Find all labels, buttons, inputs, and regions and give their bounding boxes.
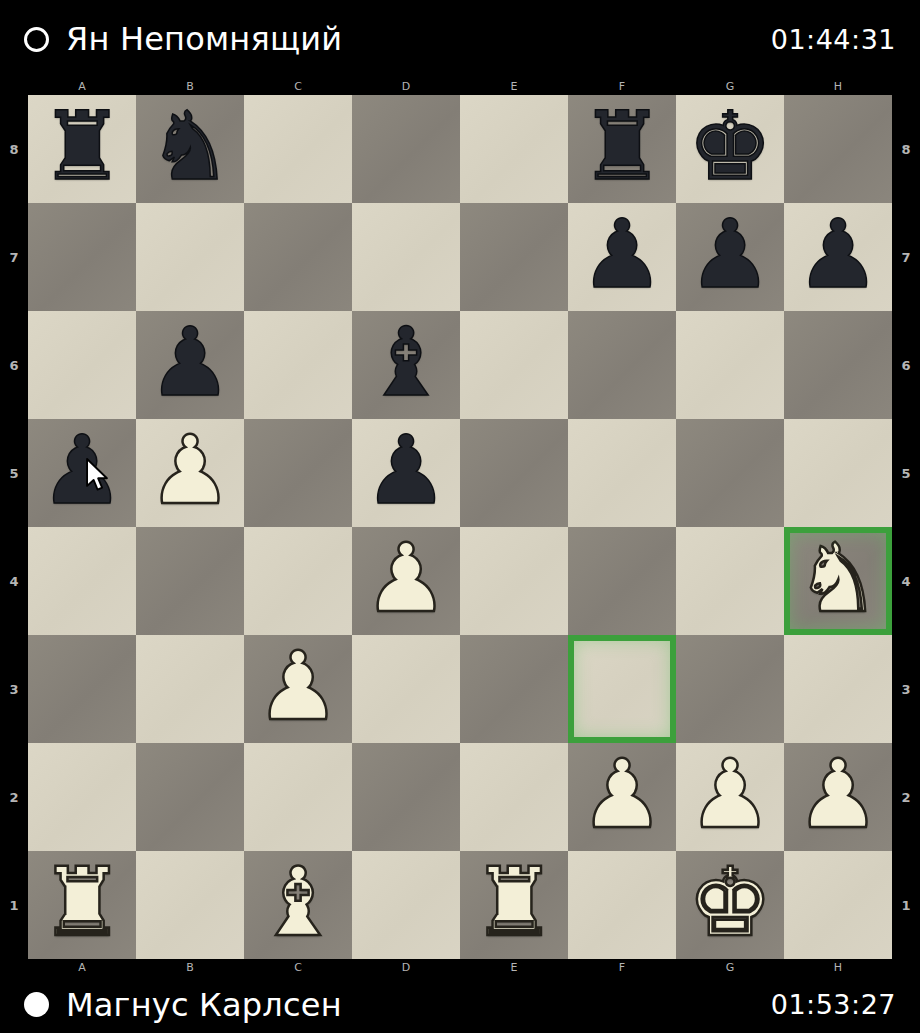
file-labels-bottom: ABCDEFGH: [0, 959, 920, 976]
piece-white-king[interactable]: ♚: [687, 855, 772, 950]
square-b2[interactable]: [136, 743, 244, 851]
rank-label-4: 4: [0, 527, 28, 635]
piece-white-pawn[interactable]: ♟: [255, 639, 340, 734]
piece-black-rook[interactable]: ♜: [39, 99, 124, 194]
square-d5[interactable]: ♟: [352, 419, 460, 527]
piece-black-pawn[interactable]: ♟: [687, 207, 772, 302]
piece-white-rook[interactable]: ♜: [39, 855, 124, 950]
square-f7[interactable]: ♟: [568, 203, 676, 311]
file-label-h: H: [784, 78, 892, 95]
square-c8[interactable]: [244, 95, 352, 203]
piece-white-pawn[interactable]: ♟: [795, 747, 880, 842]
square-a6[interactable]: [28, 311, 136, 419]
rank-label-8: 8: [892, 95, 920, 203]
chess-board: ♜♞♜♚♟♟♟♟♝♟♟♟♟♞♟♟♟♟♜♝♜♚: [28, 95, 892, 959]
piece-white-pawn[interactable]: ♟: [687, 747, 772, 842]
rank-label-8: 8: [0, 95, 28, 203]
file-labels-top: ABCDEFGH: [0, 78, 920, 95]
square-e7[interactable]: [460, 203, 568, 311]
piece-black-knight[interactable]: ♞: [147, 99, 232, 194]
board-strip: 87654321 ♜♞♜♚♟♟♟♟♝♟♟♟♟♞♟♟♟♟♜♝♜♚ 87654321: [0, 95, 920, 959]
file-label-g: G: [676, 959, 784, 976]
square-d3[interactable]: [352, 635, 460, 743]
top-player-name: Ян Непомнящий: [66, 20, 342, 58]
bottom-player-name: Магнус Карлсен: [66, 986, 342, 1024]
square-g5[interactable]: [676, 419, 784, 527]
piece-white-bishop[interactable]: ♝: [255, 855, 340, 950]
square-b5[interactable]: ♟: [136, 419, 244, 527]
square-g4[interactable]: [676, 527, 784, 635]
square-c5[interactable]: [244, 419, 352, 527]
file-label-d: D: [352, 78, 460, 95]
square-e3[interactable]: [460, 635, 568, 743]
top-player-bar: Ян Непомнящий 01:44:31: [0, 0, 920, 78]
rank-label-2: 2: [0, 743, 28, 851]
piece-black-pawn[interactable]: ♟: [39, 423, 124, 518]
file-label-b: B: [136, 959, 244, 976]
piece-black-pawn[interactable]: ♟: [579, 207, 664, 302]
bottom-player-bar: Магнус Карлсен 01:53:27: [0, 976, 920, 1033]
square-h7[interactable]: ♟: [784, 203, 892, 311]
file-label-h: H: [784, 959, 892, 976]
rank-label-4: 4: [892, 527, 920, 635]
square-b8[interactable]: ♞: [136, 95, 244, 203]
rank-labels-left: 87654321: [0, 95, 28, 959]
square-c6[interactable]: [244, 311, 352, 419]
rank-label-5: 5: [892, 419, 920, 527]
piece-white-pawn[interactable]: ♟: [579, 747, 664, 842]
square-g8[interactable]: ♚: [676, 95, 784, 203]
square-a8[interactable]: ♜: [28, 95, 136, 203]
rank-label-3: 3: [0, 635, 28, 743]
piece-white-pawn[interactable]: ♟: [147, 423, 232, 518]
square-b3[interactable]: [136, 635, 244, 743]
square-d6[interactable]: ♝: [352, 311, 460, 419]
rank-label-3: 3: [892, 635, 920, 743]
square-c2[interactable]: [244, 743, 352, 851]
file-label-d: D: [352, 959, 460, 976]
square-h4[interactable]: ♞: [784, 527, 892, 635]
black-player-color-icon: [24, 27, 49, 52]
square-f2[interactable]: ♟: [568, 743, 676, 851]
piece-black-pawn[interactable]: ♟: [147, 315, 232, 410]
square-g6[interactable]: [676, 311, 784, 419]
file-label-e: E: [460, 78, 568, 95]
square-a5[interactable]: ♟: [28, 419, 136, 527]
square-e6[interactable]: [460, 311, 568, 419]
square-h1[interactable]: [784, 851, 892, 959]
square-d2[interactable]: [352, 743, 460, 851]
square-f5[interactable]: [568, 419, 676, 527]
piece-black-bishop[interactable]: ♝: [363, 315, 448, 410]
piece-black-rook[interactable]: ♜: [579, 99, 664, 194]
file-label-c: C: [244, 78, 352, 95]
piece-black-pawn[interactable]: ♟: [795, 207, 880, 302]
square-h8[interactable]: [784, 95, 892, 203]
white-player-color-icon: [24, 992, 49, 1017]
piece-white-knight[interactable]: ♞: [795, 531, 880, 626]
square-c7[interactable]: [244, 203, 352, 311]
square-b6[interactable]: ♟: [136, 311, 244, 419]
square-f3[interactable]: [568, 635, 676, 743]
piece-white-rook[interactable]: ♜: [471, 855, 556, 950]
square-b7[interactable]: [136, 203, 244, 311]
piece-black-pawn[interactable]: ♟: [363, 423, 448, 518]
square-b4[interactable]: [136, 527, 244, 635]
square-c1[interactable]: ♝: [244, 851, 352, 959]
square-f6[interactable]: [568, 311, 676, 419]
square-b1[interactable]: [136, 851, 244, 959]
square-f4[interactable]: [568, 527, 676, 635]
piece-white-pawn[interactable]: ♟: [363, 531, 448, 626]
square-g1[interactable]: ♚: [676, 851, 784, 959]
square-f8[interactable]: ♜: [568, 95, 676, 203]
square-c4[interactable]: [244, 527, 352, 635]
square-a4[interactable]: [28, 527, 136, 635]
square-a1[interactable]: ♜: [28, 851, 136, 959]
square-e5[interactable]: [460, 419, 568, 527]
square-d8[interactable]: [352, 95, 460, 203]
square-e2[interactable]: [460, 743, 568, 851]
square-a7[interactable]: [28, 203, 136, 311]
square-a3[interactable]: [28, 635, 136, 743]
square-g7[interactable]: ♟: [676, 203, 784, 311]
file-label-c: C: [244, 959, 352, 976]
rank-label-6: 6: [0, 311, 28, 419]
square-d4[interactable]: ♟: [352, 527, 460, 635]
file-label-f: F: [568, 959, 676, 976]
square-h6[interactable]: [784, 311, 892, 419]
file-label-a: A: [28, 959, 136, 976]
rank-labels-right: 87654321: [892, 95, 920, 959]
square-d7[interactable]: [352, 203, 460, 311]
rank-label-6: 6: [892, 311, 920, 419]
rank-label-1: 1: [892, 851, 920, 959]
square-h2[interactable]: ♟: [784, 743, 892, 851]
rank-label-7: 7: [0, 203, 28, 311]
square-d1[interactable]: [352, 851, 460, 959]
square-g2[interactable]: ♟: [676, 743, 784, 851]
piece-black-king[interactable]: ♚: [687, 99, 772, 194]
rank-label-1: 1: [0, 851, 28, 959]
square-e1[interactable]: ♜: [460, 851, 568, 959]
top-player-clock: 01:44:31: [771, 24, 896, 55]
bottom-player-clock: 01:53:27: [771, 989, 896, 1020]
square-e4[interactable]: [460, 527, 568, 635]
square-a2[interactable]: [28, 743, 136, 851]
rank-label-5: 5: [0, 419, 28, 527]
square-e8[interactable]: [460, 95, 568, 203]
square-h5[interactable]: [784, 419, 892, 527]
file-label-e: E: [460, 959, 568, 976]
square-c3[interactable]: ♟: [244, 635, 352, 743]
rank-label-7: 7: [892, 203, 920, 311]
rank-label-2: 2: [892, 743, 920, 851]
square-f1[interactable]: [568, 851, 676, 959]
square-h3[interactable]: [784, 635, 892, 743]
square-g3[interactable]: [676, 635, 784, 743]
